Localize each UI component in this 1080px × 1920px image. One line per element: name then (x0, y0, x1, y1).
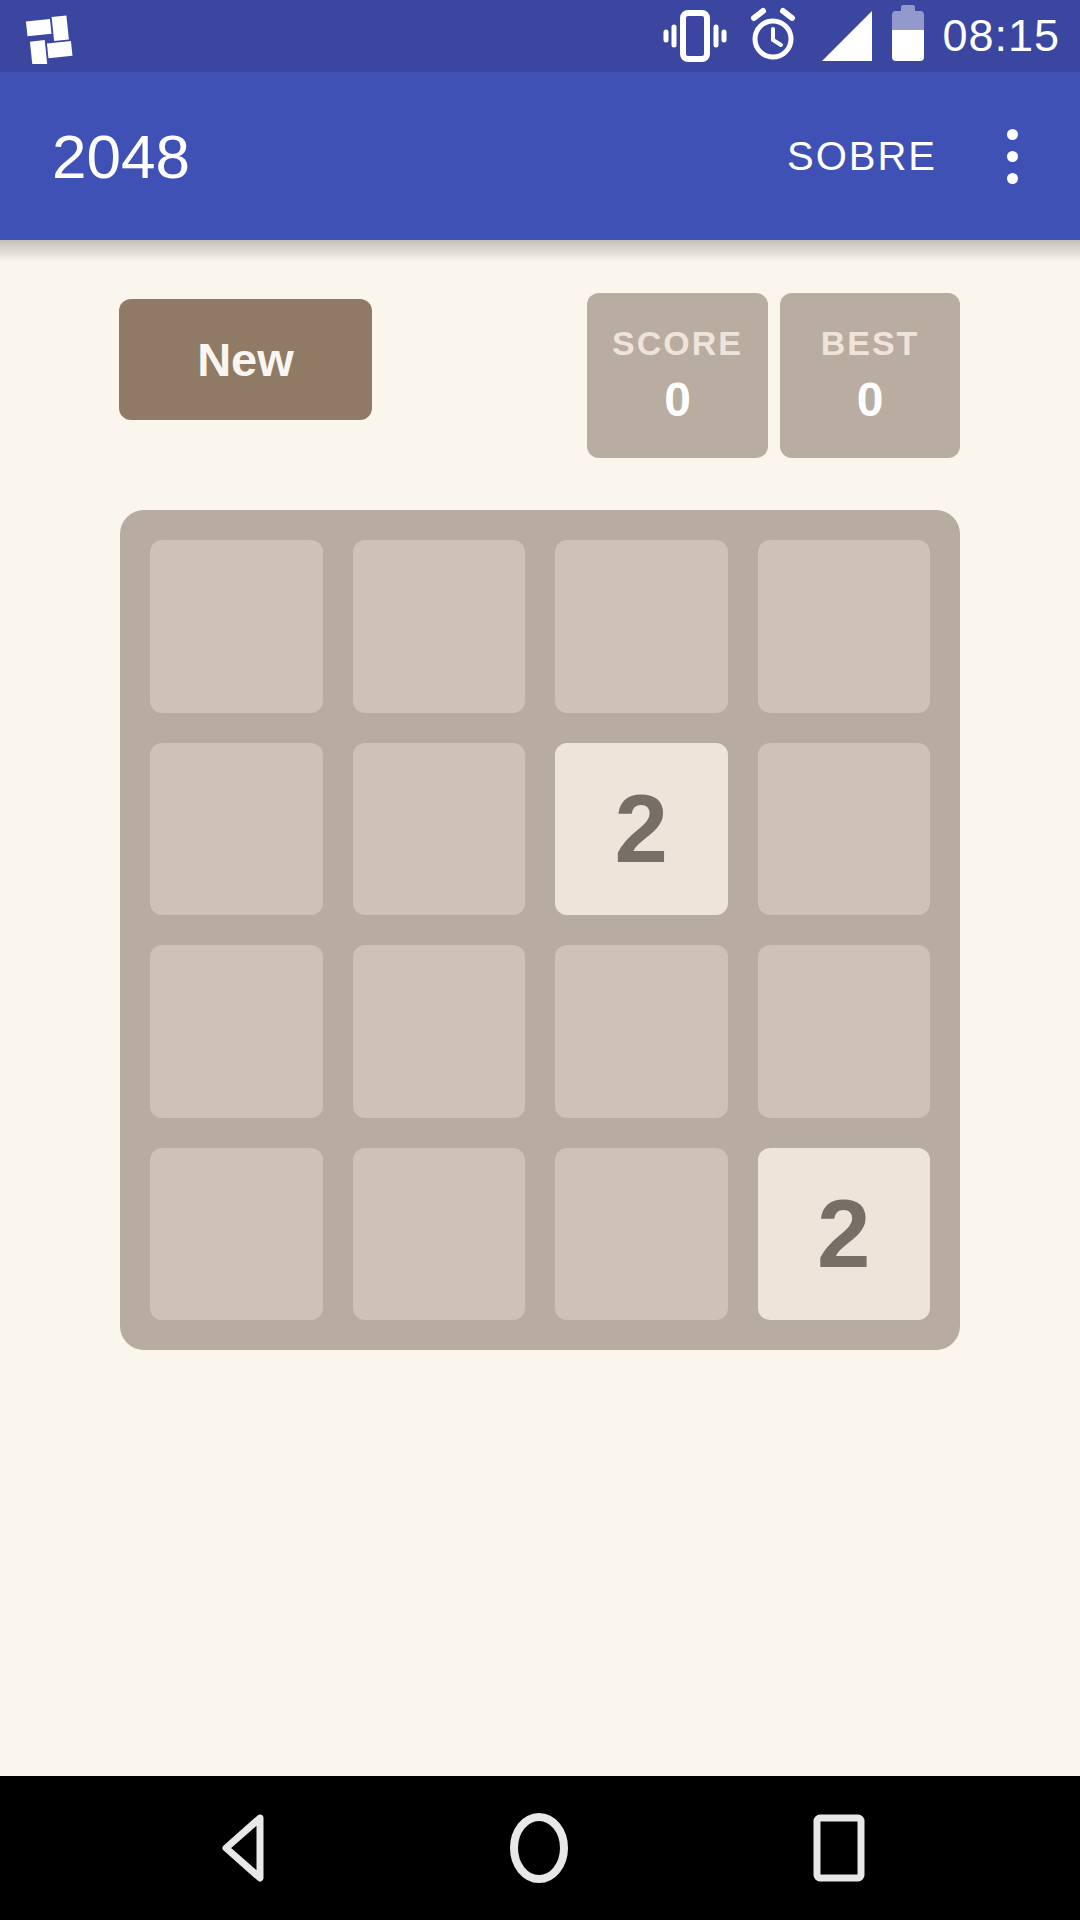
score-label: SCORE (612, 324, 743, 363)
board-cell-empty (150, 743, 323, 916)
board-cell-empty (353, 1148, 526, 1321)
back-button[interactable] (161, 1776, 321, 1920)
status-bar: 08:15 (0, 0, 1080, 72)
board-cell-empty (353, 945, 526, 1118)
notification-app-icon (22, 8, 74, 64)
new-game-label: New (197, 332, 294, 387)
battery-icon (892, 11, 924, 61)
best-box: BEST 0 (780, 293, 960, 458)
score-value: 0 (664, 372, 691, 427)
tile-2: 2 (758, 1148, 931, 1321)
board-cell-empty (758, 743, 931, 916)
overflow-menu-icon[interactable] (1001, 123, 1024, 190)
screen: 08:15 2048 SOBRE New SCORE 0 BEST 0 22 (0, 0, 1080, 1920)
board-cell-empty (353, 540, 526, 713)
board[interactable]: 22 (120, 510, 960, 1350)
board-cell-empty (758, 540, 931, 713)
board-cell-empty (555, 945, 728, 1118)
clock-text: 08:15 (942, 10, 1060, 62)
app-title: 2048 (52, 121, 190, 192)
board-cell-empty (150, 540, 323, 713)
board-cell-empty (555, 540, 728, 713)
vibrate-icon (663, 5, 727, 67)
board-cell-empty (555, 1148, 728, 1321)
home-button[interactable] (459, 1776, 619, 1920)
board-cell-empty (758, 945, 931, 1118)
about-menu-item[interactable]: SOBRE (787, 134, 937, 179)
board-cell-empty (353, 743, 526, 916)
score-box: SCORE 0 (587, 293, 768, 458)
best-label: BEST (821, 324, 920, 363)
app-bar: 2048 SOBRE (0, 72, 1080, 240)
new-game-button[interactable]: New (119, 299, 372, 420)
board-cell-empty (150, 1148, 323, 1321)
recents-button[interactable] (759, 1776, 919, 1920)
alarm-icon (744, 5, 802, 67)
tile-2: 2 (555, 743, 728, 916)
best-value: 0 (857, 372, 884, 427)
status-icons: 08:15 (646, 5, 1080, 67)
nav-bar (0, 1776, 1080, 1920)
board-cell-empty (150, 945, 323, 1118)
signal-icon (819, 8, 875, 64)
